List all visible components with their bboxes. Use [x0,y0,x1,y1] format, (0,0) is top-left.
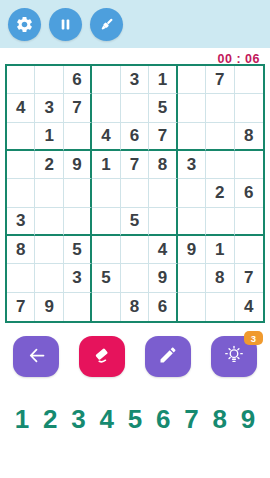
cell-r6c4[interactable] [92,208,120,236]
cell-r8c4[interactable]: 5 [92,264,120,292]
pencil-icon [158,345,178,368]
cell-r8c7[interactable] [178,264,206,292]
cell-r4c1[interactable] [7,151,35,179]
cell-r3c8[interactable] [206,123,234,151]
numpad-5[interactable]: 5 [123,404,147,434]
cell-r3c2[interactable]: 1 [35,123,63,151]
cell-r2c9[interactable] [235,94,263,122]
toolbar: 3 [0,336,270,377]
cell-r8c3[interactable]: 3 [64,264,92,292]
cell-r4c2[interactable]: 2 [35,151,63,179]
cell-r6c3[interactable] [64,208,92,236]
cell-r3c7[interactable] [178,123,206,151]
cell-r2c7[interactable] [178,94,206,122]
cell-r9c3[interactable] [64,293,92,321]
hint-button[interactable]: 3 [211,336,257,377]
cell-r2c4[interactable] [92,94,120,122]
cell-r2c2[interactable]: 3 [35,94,63,122]
cell-r1c8[interactable]: 7 [206,66,234,94]
cell-r1c5[interactable]: 3 [121,66,149,94]
cell-r9c6[interactable]: 6 [149,293,177,321]
cell-r4c9[interactable] [235,151,263,179]
cell-r6c1[interactable]: 3 [7,208,35,236]
cell-r7c5[interactable] [121,236,149,264]
eraser-icon [92,345,113,369]
cell-r7c4[interactable] [92,236,120,264]
cell-r3c9[interactable]: 8 [235,123,263,151]
pause-button[interactable] [49,8,82,41]
cell-r1c3[interactable]: 6 [64,66,92,94]
cell-r5c5[interactable] [121,179,149,207]
cell-r3c1[interactable] [7,123,35,151]
pencil-button[interactable] [145,336,191,377]
cell-r8c2[interactable] [35,264,63,292]
cell-r9c7[interactable] [178,293,206,321]
sudoku-board: 63174375146782917832635854913598779864 [5,64,265,323]
cell-r2c1[interactable]: 4 [7,94,35,122]
cell-r9c5[interactable]: 8 [121,293,149,321]
cell-r4c8[interactable] [206,151,234,179]
numpad-3[interactable]: 3 [67,404,91,434]
cell-r5c7[interactable] [178,179,206,207]
hint-count-badge: 3 [244,331,263,345]
cell-r5c8[interactable]: 2 [206,179,234,207]
lightbulb-icon [223,344,245,369]
cell-r5c9[interactable]: 6 [235,179,263,207]
cell-r5c4[interactable] [92,179,120,207]
cell-r7c2[interactable] [35,236,63,264]
settings-button[interactable] [8,8,41,41]
cell-r3c5[interactable]: 6 [121,123,149,151]
cell-r8c5[interactable] [121,264,149,292]
cell-r6c6[interactable] [149,208,177,236]
arrow-left-icon [26,345,47,369]
topbar [0,0,270,48]
gear-icon [15,15,34,34]
timer-row: 00 : 06 [0,48,270,64]
cell-r6c7[interactable] [178,208,206,236]
cell-r5c6[interactable] [149,179,177,207]
cell-r3c4[interactable]: 4 [92,123,120,151]
cell-r1c7[interactable] [178,66,206,94]
undo-button[interactable] [13,336,59,377]
numpad-1[interactable]: 1 [10,404,34,434]
cell-r5c3[interactable] [64,179,92,207]
timer: 00 : 06 [218,52,260,66]
cell-r6c8[interactable] [206,208,234,236]
cell-r5c2[interactable] [35,179,63,207]
cell-r6c2[interactable] [35,208,63,236]
cell-r9c2[interactable]: 9 [35,293,63,321]
cell-r9c1[interactable]: 7 [7,293,35,321]
cell-r5c1[interactable] [7,179,35,207]
numberpad: 123456789 [0,404,270,434]
numpad-4[interactable]: 4 [95,404,119,434]
cell-r7c3[interactable]: 5 [64,236,92,264]
cell-r4c3[interactable]: 9 [64,151,92,179]
cell-r7c8[interactable]: 1 [206,236,234,264]
cell-r9c9[interactable]: 4 [235,293,263,321]
cell-r9c8[interactable] [206,293,234,321]
cell-r2c8[interactable] [206,94,234,122]
cell-r7c9[interactable] [235,236,263,264]
cell-r8c1[interactable] [7,264,35,292]
cell-r4c4[interactable]: 1 [92,151,120,179]
cell-r7c7[interactable]: 9 [178,236,206,264]
cell-r7c6[interactable]: 4 [149,236,177,264]
numpad-8[interactable]: 8 [208,404,232,434]
pause-icon [57,16,74,33]
cell-r2c3[interactable]: 7 [64,94,92,122]
theme-button[interactable] [90,8,123,41]
cell-r4c7[interactable]: 3 [178,151,206,179]
numpad-7[interactable]: 7 [180,404,204,434]
numpad-9[interactable]: 9 [236,404,260,434]
cell-r6c5[interactable]: 5 [121,208,149,236]
cell-r8c8[interactable]: 8 [206,264,234,292]
cell-r3c3[interactable] [64,123,92,151]
eraser-button[interactable] [79,336,125,377]
cell-r1c9[interactable] [235,66,263,94]
cell-r2c5[interactable] [121,94,149,122]
cell-r1c6[interactable]: 1 [149,66,177,94]
cell-r1c1[interactable] [7,66,35,94]
cell-r2c6[interactable]: 5 [149,94,177,122]
paintbrush-icon [97,15,116,34]
numpad-2[interactable]: 2 [38,404,62,434]
numpad-6[interactable]: 6 [151,404,175,434]
cell-r4c6[interactable]: 8 [149,151,177,179]
cell-r8c9[interactable]: 7 [235,264,263,292]
cell-r1c4[interactable] [92,66,120,94]
cell-r3c6[interactable]: 7 [149,123,177,151]
cell-r7c1[interactable]: 8 [7,236,35,264]
cell-r8c6[interactable]: 9 [149,264,177,292]
cell-r6c9[interactable] [235,208,263,236]
cell-r1c2[interactable] [35,66,63,94]
cell-r4c5[interactable]: 7 [121,151,149,179]
cell-r9c4[interactable] [92,293,120,321]
